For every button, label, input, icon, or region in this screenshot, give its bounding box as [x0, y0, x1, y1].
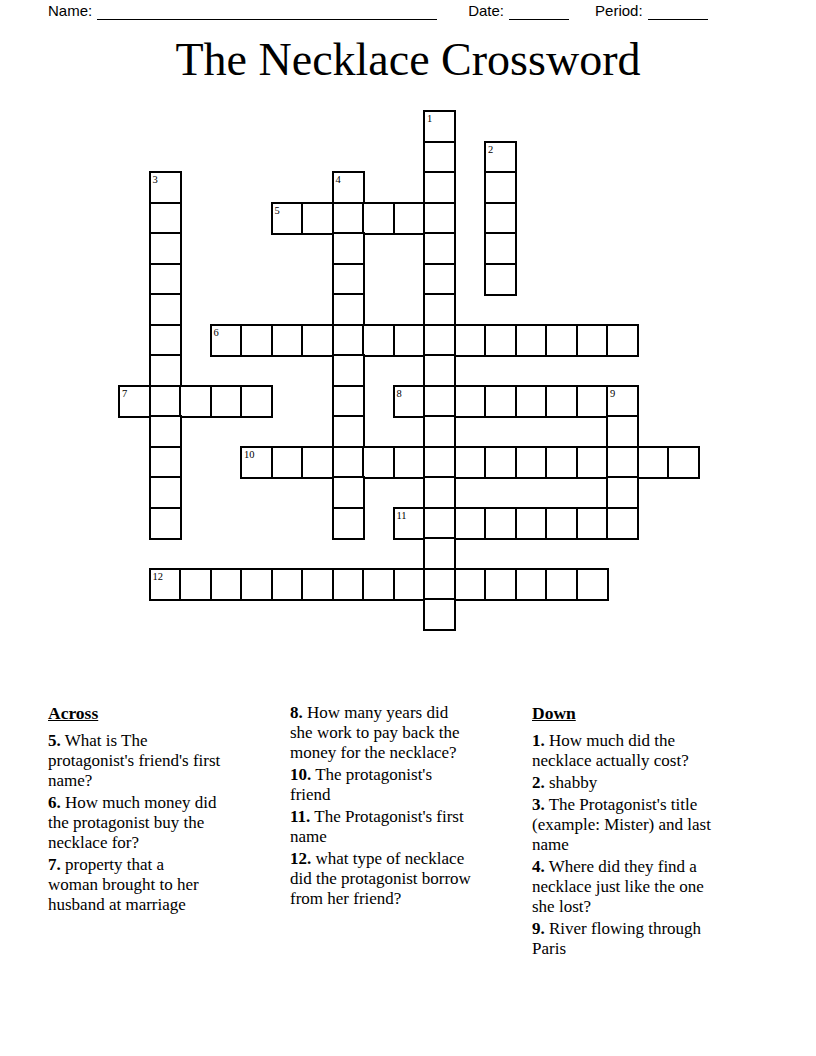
grid-cell[interactable] [301, 568, 334, 601]
grid-cell[interactable] [149, 415, 182, 448]
grid-cell[interactable] [301, 446, 334, 479]
grid-cell[interactable] [179, 568, 212, 601]
grid-cell[interactable]: 10 [240, 446, 273, 479]
clue: 12. what type of necklacedid the protago… [290, 849, 522, 909]
clue-number: 3. [532, 795, 545, 814]
grid-cell-number: 10 [242, 448, 271, 460]
grid-cell[interactable] [271, 446, 304, 479]
grid-cell[interactable]: 7 [118, 385, 151, 418]
grid-cell[interactable] [454, 446, 487, 479]
grid-cell[interactable] [545, 385, 578, 418]
grid-cell[interactable] [423, 293, 456, 326]
grid-cell[interactable] [240, 568, 273, 601]
grid-cell[interactable] [149, 446, 182, 479]
grid-cell[interactable] [484, 202, 517, 235]
grid-cell[interactable]: 12 [149, 568, 182, 601]
grid-cell[interactable] [423, 171, 456, 204]
grid-cell[interactable] [362, 568, 395, 601]
grid-cell[interactable] [606, 476, 639, 509]
grid-cell[interactable] [362, 202, 395, 235]
grid-cell[interactable] [515, 568, 548, 601]
clue: 6. How much money didthe protagonist buy… [48, 793, 280, 853]
clue-column: 8. How many years didshe work to pay bac… [290, 703, 522, 961]
grid-cell[interactable]: 8 [393, 385, 426, 418]
grid-cell[interactable] [149, 293, 182, 326]
grid-cell[interactable] [423, 385, 456, 418]
date-blank-line [509, 4, 569, 20]
clue-number: 6. [48, 793, 61, 812]
grid-cell[interactable] [454, 568, 487, 601]
grid-cell[interactable] [332, 507, 365, 540]
clue: 4. Where did they find anecklace just li… [532, 857, 764, 917]
grid-cell-number: 2 [486, 143, 515, 155]
grid-cell[interactable] [545, 507, 578, 540]
clue: 2. shabby [532, 773, 764, 793]
grid-cell[interactable]: 2 [484, 141, 517, 174]
grid-cell[interactable] [423, 598, 456, 631]
grid-cell[interactable] [362, 446, 395, 479]
clue-number: 8. [290, 703, 303, 722]
grid-cell[interactable] [423, 568, 456, 601]
grid-cell[interactable] [393, 202, 426, 235]
grid-cell-number: 5 [273, 204, 302, 216]
grid-cell[interactable] [576, 324, 609, 357]
grid-cell[interactable] [484, 507, 517, 540]
grid-cell[interactable] [149, 232, 182, 265]
grid-cell[interactable] [423, 415, 456, 448]
clue-number: 12. [290, 849, 311, 868]
clue-number: 1. [532, 731, 545, 750]
clue: 1. How much did thenecklace actually cos… [532, 731, 764, 771]
grid-cell[interactable] [332, 415, 365, 448]
grid-cell[interactable] [545, 568, 578, 601]
clue-number: 9. [532, 919, 545, 938]
grid-cell[interactable] [332, 476, 365, 509]
grid-cell-number: 11 [395, 509, 424, 521]
grid-cell[interactable] [484, 171, 517, 204]
grid-cell[interactable] [149, 324, 182, 357]
clue: 7. property that awoman brought to herhu… [48, 855, 280, 915]
grid-cell[interactable]: 9 [606, 385, 639, 418]
grid-cell[interactable] [271, 324, 304, 357]
grid-cell[interactable] [240, 385, 273, 418]
grid-cell[interactable] [576, 446, 609, 479]
grid-cell[interactable] [149, 202, 182, 235]
period-blank-line [648, 4, 708, 20]
grid-cell[interactable]: 5 [271, 202, 304, 235]
grid-cell[interactable] [484, 232, 517, 265]
grid-cell[interactable] [149, 354, 182, 387]
grid-cell[interactable] [423, 476, 456, 509]
grid-cell[interactable]: 1 [423, 110, 456, 143]
clue-column: Across5. What is Theprotagonist's friend… [48, 703, 280, 961]
grid-cell[interactable] [423, 263, 456, 296]
clue-number: 11. [290, 807, 310, 826]
clue: 9. River flowing throughParis [532, 919, 764, 959]
clue: 8. How many years didshe work to pay bac… [290, 703, 522, 763]
grid-cell-number: 6 [212, 326, 241, 338]
grid-cell[interactable] [484, 385, 517, 418]
grid-cell[interactable] [423, 446, 456, 479]
clue-section-header: Across [48, 703, 280, 723]
grid-cell[interactable] [332, 202, 365, 235]
grid-cell[interactable] [576, 385, 609, 418]
grid-cell-number: 12 [151, 570, 180, 582]
grid-cell[interactable] [606, 324, 639, 357]
grid-cell[interactable] [149, 476, 182, 509]
grid-cell[interactable] [332, 446, 365, 479]
grid-cell-number: 4 [334, 173, 363, 185]
grid-cell[interactable] [454, 507, 487, 540]
grid-cell[interactable] [332, 324, 365, 357]
grid-cell[interactable] [149, 507, 182, 540]
grid-cell[interactable] [210, 568, 243, 601]
grid-cell[interactable] [332, 293, 365, 326]
grid-cell[interactable] [515, 324, 548, 357]
date-label: Date: [468, 1, 504, 20]
grid-cell[interactable] [423, 354, 456, 387]
grid-cell[interactable] [423, 537, 456, 570]
grid-cell[interactable] [606, 415, 639, 448]
grid-cell[interactable] [149, 263, 182, 296]
grid-cell[interactable] [484, 324, 517, 357]
worksheet-header-line: Name: Date: Period: [48, 1, 770, 20]
name-blank-line [97, 4, 437, 20]
grid-cell[interactable] [515, 385, 548, 418]
clue-number: 5. [48, 731, 61, 750]
clue-number: 7. [48, 855, 61, 874]
grid-cell-number: 8 [395, 387, 424, 399]
crossword-grid: 123456789101112 [118, 110, 701, 632]
grid-cell[interactable]: 4 [332, 171, 365, 204]
grid-cell[interactable] [240, 324, 273, 357]
clue-number: 10. [290, 765, 311, 784]
grid-cell[interactable] [545, 324, 578, 357]
name-label: Name: [48, 1, 92, 20]
grid-cell[interactable] [393, 568, 426, 601]
grid-cell[interactable] [362, 324, 395, 357]
grid-cell[interactable] [606, 507, 639, 540]
page-title: The Necklace Crossword [0, 33, 816, 87]
grid-cell[interactable] [393, 446, 426, 479]
grid-cell-number: 1 [425, 112, 454, 124]
clue: 5. What is Theprotagonist's friend's fir… [48, 731, 280, 791]
grid-cell[interactable] [515, 446, 548, 479]
grid-cell[interactable]: 11 [393, 507, 426, 540]
grid-cell-number: 9 [608, 387, 637, 399]
grid-cell[interactable] [271, 568, 304, 601]
grid-cell[interactable] [423, 232, 456, 265]
grid-cell[interactable] [332, 263, 365, 296]
grid-cell[interactable] [667, 446, 700, 479]
grid-cell[interactable] [301, 324, 334, 357]
grid-cell[interactable] [149, 385, 182, 418]
grid-cell[interactable] [484, 568, 517, 601]
clue: 3. The Protagonist's title(example: Mist… [532, 795, 764, 855]
grid-cell[interactable] [454, 385, 487, 418]
clue: 10. The protagonist'sfriend [290, 765, 522, 805]
grid-cell[interactable] [423, 324, 456, 357]
grid-cell[interactable]: 6 [210, 324, 243, 357]
grid-cell[interactable] [606, 446, 639, 479]
grid-cell[interactable] [332, 568, 365, 601]
clue-column: Down1. How much did thenecklace actually… [532, 703, 764, 961]
grid-cell[interactable] [332, 232, 365, 265]
clue: 11. The Protagonist's firstname [290, 807, 522, 847]
grid-cell[interactable] [454, 324, 487, 357]
grid-cell[interactable] [423, 141, 456, 174]
clue-list: Across5. What is Theprotagonist's friend… [48, 703, 768, 961]
grid-cell[interactable] [301, 202, 334, 235]
grid-cell[interactable] [576, 507, 609, 540]
worksheet-page: { "game": "crossword", "header": { "name… [0, 0, 816, 1056]
grid-cell-number: 7 [120, 387, 149, 399]
grid-cell-number: 3 [151, 173, 180, 185]
grid-cell[interactable] [637, 446, 670, 479]
grid-cell[interactable] [332, 354, 365, 387]
grid-cell[interactable] [423, 507, 456, 540]
clue-section-header: Down [532, 703, 764, 723]
grid-cell[interactable] [332, 385, 365, 418]
grid-cell[interactable] [393, 324, 426, 357]
grid-cell[interactable] [423, 202, 456, 235]
period-label: Period: [595, 1, 643, 20]
grid-cell[interactable] [210, 385, 243, 418]
grid-cell[interactable] [515, 507, 548, 540]
grid-cell[interactable] [179, 385, 212, 418]
grid-cell[interactable] [484, 446, 517, 479]
grid-cell[interactable] [576, 568, 609, 601]
grid-cell[interactable]: 3 [149, 171, 182, 204]
grid-cell[interactable] [484, 263, 517, 296]
clue-number: 4. [532, 857, 545, 876]
grid-cell[interactable] [545, 446, 578, 479]
clue-number: 2. [532, 773, 545, 792]
